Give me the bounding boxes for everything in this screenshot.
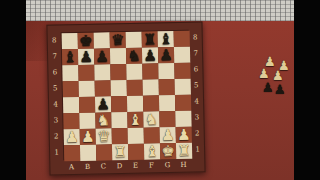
rank-label-8: 8 xyxy=(189,29,202,45)
captured-white-pawn: ♟ xyxy=(258,66,270,81)
black-b-piece[interactable]: ♝ xyxy=(159,31,173,47)
square-d4[interactable] xyxy=(111,96,127,112)
square-c8[interactable] xyxy=(94,32,110,48)
rank-label-2: 2 xyxy=(191,125,204,141)
square-a3[interactable] xyxy=(63,113,79,129)
file-label-f: F xyxy=(143,158,159,172)
white-n-piece[interactable]: ♞ xyxy=(97,112,111,128)
square-d1[interactable]: ♜ xyxy=(112,144,128,160)
square-h8[interactable] xyxy=(174,31,190,47)
chess-board: 87654321 ♚♛♜♝♝♟♟♞♟♟♟♞♝♞♟♟♛♟♟♜♝♚♜ 8765432… xyxy=(46,21,205,175)
square-c7[interactable]: ♟ xyxy=(94,48,110,64)
square-g6[interactable] xyxy=(158,63,174,79)
square-f6[interactable] xyxy=(142,63,158,79)
white-b-piece[interactable]: ♝ xyxy=(145,143,159,159)
square-e6[interactable] xyxy=(126,64,142,80)
square-b7[interactable]: ♟ xyxy=(78,49,94,65)
captured-black-pawn: ♟ xyxy=(274,82,286,97)
square-a1[interactable] xyxy=(64,145,80,161)
square-f2[interactable] xyxy=(144,127,160,143)
black-p-piece[interactable]: ♟ xyxy=(159,47,173,63)
right-vignette xyxy=(294,0,320,180)
square-f8[interactable]: ♜ xyxy=(142,31,158,47)
square-g5[interactable] xyxy=(159,79,175,95)
white-k-piece[interactable]: ♚ xyxy=(161,143,175,159)
square-h2[interactable]: ♟ xyxy=(176,127,192,143)
square-f1[interactable]: ♝ xyxy=(144,143,160,159)
file-label-b: B xyxy=(79,160,95,174)
rank-label-7: 7 xyxy=(48,48,61,64)
square-a7[interactable]: ♝ xyxy=(62,49,78,65)
square-d8[interactable]: ♛ xyxy=(110,32,126,48)
left-vignette xyxy=(0,0,26,180)
square-b8[interactable]: ♚ xyxy=(78,33,94,49)
square-c3[interactable]: ♞ xyxy=(95,112,111,128)
black-p-piece[interactable]: ♟ xyxy=(96,96,110,112)
square-e8[interactable] xyxy=(126,32,142,48)
captured-black-pawn: ♟ xyxy=(262,80,274,95)
square-d6[interactable] xyxy=(110,64,126,80)
square-c2[interactable]: ♛ xyxy=(96,128,112,144)
square-f7[interactable]: ♟ xyxy=(142,47,158,63)
square-g7[interactable]: ♟ xyxy=(158,47,174,63)
square-a8[interactable] xyxy=(62,33,78,49)
file-label-e: E xyxy=(127,159,143,173)
square-g4[interactable] xyxy=(159,95,175,111)
white-r-piece[interactable]: ♜ xyxy=(113,144,127,160)
black-p-piece[interactable]: ♟ xyxy=(143,47,157,63)
square-b3[interactable] xyxy=(79,113,95,129)
black-p-piece[interactable]: ♟ xyxy=(79,49,93,65)
square-g3[interactable] xyxy=(159,111,175,127)
square-c6[interactable] xyxy=(94,64,110,80)
square-c5[interactable] xyxy=(95,80,111,96)
chess-photo-stage: 87654321 ♚♛♜♝♝♟♟♞♟♟♟♞♝♞♟♟♛♟♟♜♝♚♜ 8765432… xyxy=(0,0,320,180)
square-a5[interactable] xyxy=(63,81,79,97)
white-p-piece[interactable]: ♟ xyxy=(161,127,175,143)
square-d2[interactable] xyxy=(112,128,128,144)
rank-label-7: 7 xyxy=(189,45,202,61)
net-backdrop xyxy=(0,0,320,21)
rank-label-1: 1 xyxy=(50,144,63,160)
rank-label-4: 4 xyxy=(190,93,203,109)
square-h6[interactable] xyxy=(174,63,190,79)
white-p-piece[interactable]: ♟ xyxy=(81,129,95,145)
white-b-piece[interactable]: ♝ xyxy=(129,112,143,128)
square-g8[interactable]: ♝ xyxy=(158,31,174,47)
rank-label-3: 3 xyxy=(190,109,203,125)
square-f5[interactable] xyxy=(143,79,159,95)
black-p-piece[interactable]: ♟ xyxy=(95,48,109,64)
square-e3[interactable]: ♝ xyxy=(127,112,143,128)
square-a4[interactable] xyxy=(63,97,79,113)
file-label-c: C xyxy=(95,159,111,173)
square-a2[interactable]: ♟ xyxy=(64,129,80,145)
square-h4[interactable] xyxy=(175,95,191,111)
captured-pieces-tray: ♟♟♟♟♟♟ xyxy=(250,52,296,104)
square-e4[interactable] xyxy=(127,96,143,112)
rank-label-5: 5 xyxy=(190,77,203,93)
square-h3[interactable] xyxy=(175,111,191,127)
square-e5[interactable] xyxy=(127,80,143,96)
square-b5[interactable] xyxy=(79,81,95,97)
rank-label-1: 1 xyxy=(191,141,204,157)
file-label-d: D xyxy=(111,159,127,173)
rank-label-6: 6 xyxy=(189,61,202,77)
square-b4[interactable] xyxy=(79,97,95,113)
square-f4[interactable] xyxy=(143,95,159,111)
white-p-piece[interactable]: ♟ xyxy=(177,127,191,143)
white-n-piece[interactable]: ♞ xyxy=(145,111,159,127)
white-p-piece[interactable]: ♟ xyxy=(65,129,79,145)
square-b6[interactable] xyxy=(78,65,94,81)
square-e7[interactable]: ♞ xyxy=(126,48,142,64)
file-label-h: H xyxy=(175,158,191,172)
black-q-piece[interactable]: ♛ xyxy=(111,32,125,48)
square-c1[interactable] xyxy=(96,144,112,160)
rank-label-4: 4 xyxy=(49,96,62,112)
square-g1[interactable]: ♚ xyxy=(160,143,176,159)
square-d3[interactable] xyxy=(111,112,127,128)
black-b-piece[interactable]: ♝ xyxy=(63,49,77,65)
black-r-piece[interactable]: ♜ xyxy=(143,31,157,47)
rank-label-2: 2 xyxy=(50,128,63,144)
square-d5[interactable] xyxy=(111,80,127,96)
square-g2[interactable]: ♟ xyxy=(160,127,176,143)
white-q-piece[interactable]: ♛ xyxy=(97,128,111,144)
file-label-g: G xyxy=(159,158,175,172)
black-n-piece[interactable]: ♞ xyxy=(127,48,141,64)
square-h1[interactable]: ♜ xyxy=(176,143,192,159)
rank-label-5: 5 xyxy=(49,80,62,96)
square-d7[interactable] xyxy=(110,48,126,64)
square-a6[interactable] xyxy=(62,65,78,81)
square-e1[interactable] xyxy=(128,144,144,160)
rank-label-6: 6 xyxy=(48,64,61,80)
white-r-piece[interactable]: ♜ xyxy=(177,143,191,159)
square-h7[interactable] xyxy=(174,47,190,63)
file-label-a: A xyxy=(63,160,79,174)
rank-label-8: 8 xyxy=(48,32,61,48)
rank-label-3: 3 xyxy=(49,112,62,128)
square-f3[interactable]: ♞ xyxy=(143,111,159,127)
board-grid: ♚♛♜♝♝♟♟♞♟♟♟♞♝♞♟♟♛♟♟♜♝♚♜ xyxy=(61,30,192,161)
black-k-piece[interactable]: ♚ xyxy=(79,33,93,49)
square-e2[interactable] xyxy=(128,128,144,144)
square-c4[interactable]: ♟ xyxy=(95,96,111,112)
square-b1[interactable] xyxy=(80,145,96,161)
square-h5[interactable] xyxy=(175,79,191,95)
square-b2[interactable]: ♟ xyxy=(80,129,96,145)
